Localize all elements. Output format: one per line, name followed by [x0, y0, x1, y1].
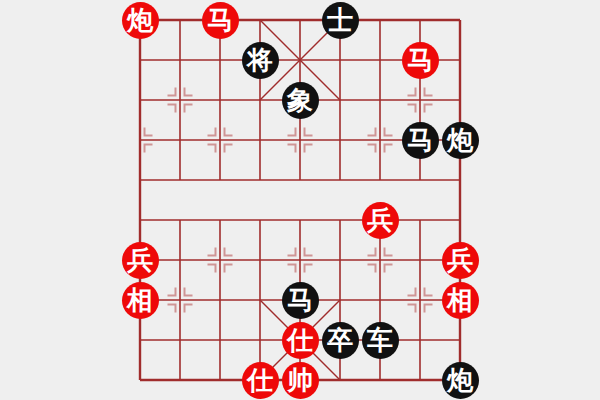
piece-red-elephant[interactable]: 相: [122, 282, 159, 319]
piece-black-general[interactable]: 将: [242, 42, 279, 79]
piece-red-soldier[interactable]: 兵: [362, 202, 399, 239]
piece-black-soldier[interactable]: 卒: [322, 322, 359, 359]
piece-black-horse[interactable]: 马: [402, 122, 439, 159]
piece-red-horse[interactable]: 马: [402, 42, 439, 79]
piece-black-chariot[interactable]: 车: [362, 322, 399, 359]
piece-black-advisor[interactable]: 士: [322, 2, 359, 39]
xiangqi-app: 炮马士将马象马炮兵兵兵相马相仕卒车仕帅炮: [0, 0, 600, 400]
piece-red-advisor[interactable]: 仕: [242, 362, 279, 399]
piece-red-horse[interactable]: 马: [202, 2, 239, 39]
piece-red-cannon[interactable]: 炮: [122, 2, 159, 39]
xiangqi-board[interactable]: 炮马士将马象马炮兵兵兵相马相仕卒车仕帅炮: [0, 0, 600, 400]
piece-black-horse[interactable]: 马: [282, 282, 319, 319]
piece-red-advisor[interactable]: 仕: [282, 322, 319, 359]
pieces-layer: 炮马士将马象马炮兵兵兵相马相仕卒车仕帅炮: [0, 0, 600, 400]
piece-black-elephant[interactable]: 象: [282, 82, 319, 119]
piece-black-cannon[interactable]: 炮: [442, 122, 479, 159]
piece-red-soldier[interactable]: 兵: [442, 242, 479, 279]
piece-red-elephant[interactable]: 相: [442, 282, 479, 319]
piece-red-general[interactable]: 帅: [282, 362, 319, 399]
piece-red-soldier[interactable]: 兵: [122, 242, 159, 279]
piece-black-cannon[interactable]: 炮: [442, 362, 479, 399]
